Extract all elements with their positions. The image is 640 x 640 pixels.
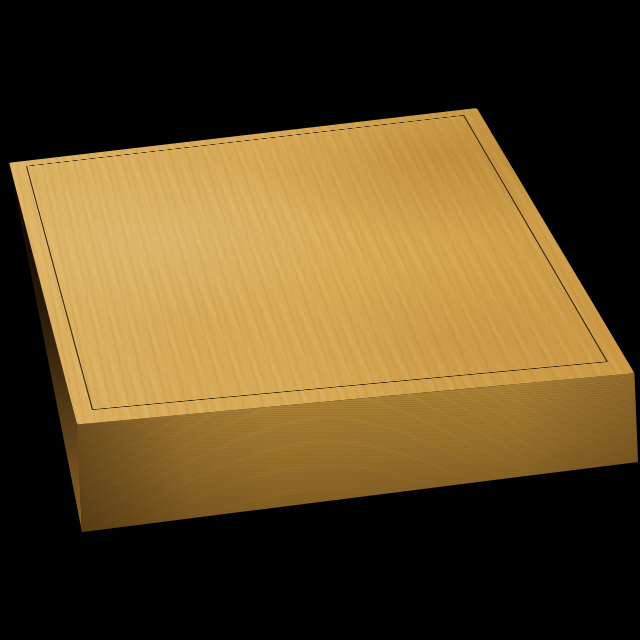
shogi-grid [26, 115, 608, 410]
board-top-face [9, 108, 634, 424]
photo-stage [0, 0, 640, 640]
